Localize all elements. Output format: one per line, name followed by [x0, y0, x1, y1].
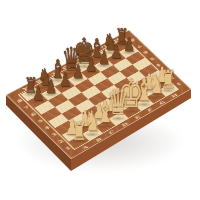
piece-glyph: ♟ [85, 55, 97, 74]
chess-pieces-layer: ♜♞♝♛♚♝♞♜♟♟♟♟♟♟♟♟♟♟♟♟♟♟♟♟♜♞♝♛♚♝♞♜ [0, 0, 200, 200]
piece-glyph: ♟ [72, 62, 84, 81]
piece-glyph: ♟ [98, 48, 110, 67]
piece-glyph: ♟ [46, 77, 58, 96]
piece-glyph: ♟ [59, 69, 71, 88]
piece-glyph: ♟ [110, 42, 122, 61]
piece-glyph: ♜ [71, 118, 87, 143]
chess-set-photo: AA11BB22CC33DD44EE55FF66GG77HH88 ♜♞♝♛♚♝♞… [0, 0, 200, 200]
piece-glyph: ♟ [123, 35, 135, 54]
piece-glyph: ♟ [32, 84, 44, 103]
